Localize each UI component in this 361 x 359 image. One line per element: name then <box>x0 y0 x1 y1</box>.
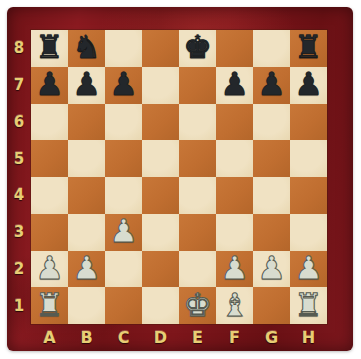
square-d4[interactable] <box>142 177 179 214</box>
square-d5[interactable] <box>142 140 179 177</box>
square-e1[interactable]: ♚ <box>179 287 216 324</box>
square-e3[interactable] <box>179 214 216 251</box>
square-f5[interactable] <box>216 140 253 177</box>
piece-black-pawn[interactable]: ♟ <box>35 68 64 100</box>
square-g4[interactable] <box>253 177 290 214</box>
square-d1[interactable] <box>142 287 179 324</box>
piece-black-pawn[interactable]: ♟ <box>294 68 323 100</box>
piece-black-pawn[interactable]: ♟ <box>257 68 286 100</box>
rank-labels: 8 7 6 5 4 3 2 1 <box>7 30 31 324</box>
square-h8[interactable]: ♜ <box>290 30 327 67</box>
piece-white-rook[interactable]: ♜ <box>294 289 323 321</box>
piece-white-pawn[interactable]: ♟ <box>257 252 286 284</box>
square-b8[interactable]: ♞ <box>68 30 105 67</box>
square-g1[interactable] <box>253 287 290 324</box>
piece-white-pawn[interactable]: ♟ <box>294 252 323 284</box>
square-c3[interactable]: ♟ <box>105 214 142 251</box>
square-b1[interactable] <box>68 287 105 324</box>
square-g3[interactable] <box>253 214 290 251</box>
rank-label-5: 5 <box>7 140 31 177</box>
square-f4[interactable] <box>216 177 253 214</box>
square-a2[interactable]: ♟ <box>31 251 68 288</box>
square-g2[interactable]: ♟ <box>253 251 290 288</box>
square-f2[interactable]: ♟ <box>216 251 253 288</box>
square-e2[interactable] <box>179 251 216 288</box>
square-d3[interactable] <box>142 214 179 251</box>
square-c2[interactable] <box>105 251 142 288</box>
square-a8[interactable]: ♜ <box>31 30 68 67</box>
square-f6[interactable] <box>216 104 253 141</box>
square-a7[interactable]: ♟ <box>31 67 68 104</box>
square-b6[interactable] <box>68 104 105 141</box>
square-b4[interactable] <box>68 177 105 214</box>
piece-white-king[interactable]: ♚ <box>183 289 212 321</box>
rank-label-4: 4 <box>7 177 31 214</box>
square-e7[interactable] <box>179 67 216 104</box>
rank-label-3: 3 <box>7 214 31 251</box>
file-label-f: F <box>216 324 253 351</box>
square-b7[interactable]: ♟ <box>68 67 105 104</box>
square-b2[interactable]: ♟ <box>68 251 105 288</box>
square-d7[interactable] <box>142 67 179 104</box>
square-a6[interactable] <box>31 104 68 141</box>
piece-white-pawn[interactable]: ♟ <box>220 252 249 284</box>
square-b5[interactable] <box>68 140 105 177</box>
rank-label-1: 1 <box>7 287 31 324</box>
square-h1[interactable]: ♜ <box>290 287 327 324</box>
file-label-a: A <box>31 324 68 351</box>
square-e5[interactable] <box>179 140 216 177</box>
square-g8[interactable] <box>253 30 290 67</box>
square-c8[interactable] <box>105 30 142 67</box>
square-h4[interactable] <box>290 177 327 214</box>
square-g5[interactable] <box>253 140 290 177</box>
piece-white-pawn[interactable]: ♟ <box>35 252 64 284</box>
rank-label-6: 6 <box>7 104 31 141</box>
rank-label-8: 8 <box>7 30 31 67</box>
square-f3[interactable] <box>216 214 253 251</box>
file-label-g: G <box>253 324 290 351</box>
piece-black-pawn[interactable]: ♟ <box>109 68 138 100</box>
piece-black-knight[interactable]: ♞ <box>72 31 101 63</box>
square-h6[interactable] <box>290 104 327 141</box>
piece-black-king[interactable]: ♚ <box>183 31 212 63</box>
chess-diagram: 8 7 6 5 4 3 2 1 ♜♞♚♜♟♟♟♟♟♟♟♟♟♟♟♟♜♚♝♜ A B… <box>0 0 361 359</box>
piece-white-pawn[interactable]: ♟ <box>109 215 138 247</box>
rank-label-7: 7 <box>7 67 31 104</box>
piece-black-rook[interactable]: ♜ <box>35 31 64 63</box>
square-a5[interactable] <box>31 140 68 177</box>
square-h2[interactable]: ♟ <box>290 251 327 288</box>
square-g7[interactable]: ♟ <box>253 67 290 104</box>
piece-white-rook[interactable]: ♜ <box>35 289 64 321</box>
piece-black-pawn[interactable]: ♟ <box>72 68 101 100</box>
square-c4[interactable] <box>105 177 142 214</box>
square-f1[interactable]: ♝ <box>216 287 253 324</box>
square-e4[interactable] <box>179 177 216 214</box>
piece-black-rook[interactable]: ♜ <box>294 31 323 63</box>
square-c1[interactable] <box>105 287 142 324</box>
square-e6[interactable] <box>179 104 216 141</box>
square-g6[interactable] <box>253 104 290 141</box>
piece-white-pawn[interactable]: ♟ <box>72 252 101 284</box>
rank-label-2: 2 <box>7 251 31 288</box>
square-f8[interactable] <box>216 30 253 67</box>
square-h3[interactable] <box>290 214 327 251</box>
file-label-c: C <box>105 324 142 351</box>
square-h7[interactable]: ♟ <box>290 67 327 104</box>
square-a3[interactable] <box>31 214 68 251</box>
square-a1[interactable]: ♜ <box>31 287 68 324</box>
file-label-b: B <box>68 324 105 351</box>
square-c6[interactable] <box>105 104 142 141</box>
square-c5[interactable] <box>105 140 142 177</box>
file-label-d: D <box>142 324 179 351</box>
square-c7[interactable]: ♟ <box>105 67 142 104</box>
file-label-e: E <box>179 324 216 351</box>
square-b3[interactable] <box>68 214 105 251</box>
square-f7[interactable]: ♟ <box>216 67 253 104</box>
square-d6[interactable] <box>142 104 179 141</box>
square-a4[interactable] <box>31 177 68 214</box>
square-h5[interactable] <box>290 140 327 177</box>
chess-board: ♜♞♚♜♟♟♟♟♟♟♟♟♟♟♟♟♜♚♝♜ <box>31 30 327 324</box>
piece-white-bishop[interactable]: ♝ <box>220 289 249 321</box>
square-d2[interactable] <box>142 251 179 288</box>
square-d8[interactable] <box>142 30 179 67</box>
piece-black-pawn[interactable]: ♟ <box>220 68 249 100</box>
file-label-h: H <box>290 324 327 351</box>
square-e8[interactable]: ♚ <box>179 30 216 67</box>
file-labels: A B C D E F G H <box>31 324 327 351</box>
